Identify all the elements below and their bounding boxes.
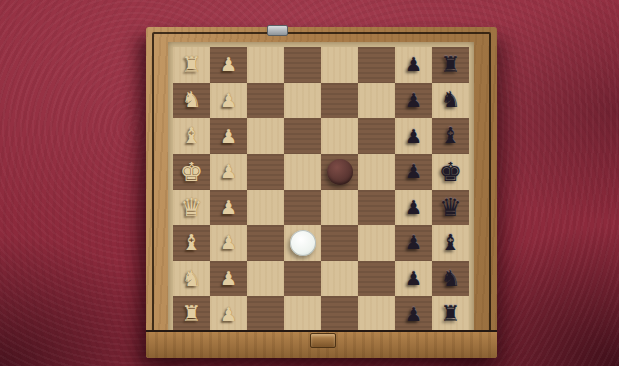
- white-queen[interactable]: ♛: [173, 190, 210, 226]
- black-queen[interactable]: ♛: [432, 190, 469, 226]
- square-h1[interactable]: ♜: [173, 47, 210, 83]
- square-b2[interactable]: ♟: [210, 261, 247, 297]
- black-pawn[interactable]: ♟: [395, 83, 432, 119]
- square-a1[interactable]: ♜: [173, 296, 210, 332]
- square-b3[interactable]: [247, 261, 284, 297]
- black-rook[interactable]: ♜: [432, 296, 469, 332]
- square-f2[interactable]: ♟: [210, 118, 247, 154]
- square-b1[interactable]: ♞: [173, 261, 210, 297]
- white-draughts-disc[interactable]: [290, 230, 316, 256]
- square-c5[interactable]: [321, 225, 358, 261]
- white-pawn[interactable]: ♟: [210, 118, 247, 154]
- chess-board[interactable]: ♜♟♟♜♞♟♟♞♝♟♟♝♚♟♟♚♛♟♟♛♝♟♟♝♞♟♟♞♜♟♟♜: [173, 47, 469, 332]
- square-a7[interactable]: ♟: [395, 296, 432, 332]
- square-g6[interactable]: [358, 83, 395, 119]
- white-pawn[interactable]: ♟: [210, 83, 247, 119]
- square-a8[interactable]: ♜: [432, 296, 469, 332]
- square-d4[interactable]: [284, 190, 321, 226]
- white-pawn[interactable]: ♟: [210, 190, 247, 226]
- white-knight[interactable]: ♞: [173, 261, 210, 297]
- black-knight[interactable]: ♞: [432, 261, 469, 297]
- black-knight[interactable]: ♞: [432, 83, 469, 119]
- square-g8[interactable]: ♞: [432, 83, 469, 119]
- square-e6[interactable]: [358, 154, 395, 190]
- square-b6[interactable]: [358, 261, 395, 297]
- white-bishop[interactable]: ♝: [173, 225, 210, 261]
- black-pawn[interactable]: ♟: [395, 154, 432, 190]
- square-g2[interactable]: ♟: [210, 83, 247, 119]
- folding-chess-box: ♜♟♟♜♞♟♟♞♝♟♟♝♚♟♟♚♛♟♟♛♝♟♟♝♞♟♟♞♜♟♟♜: [146, 27, 497, 358]
- square-g7[interactable]: ♟: [395, 83, 432, 119]
- square-c6[interactable]: [358, 225, 395, 261]
- square-g1[interactable]: ♞: [173, 83, 210, 119]
- square-c7[interactable]: ♟: [395, 225, 432, 261]
- square-b7[interactable]: ♟: [395, 261, 432, 297]
- square-a3[interactable]: [247, 296, 284, 332]
- square-g5[interactable]: [321, 83, 358, 119]
- square-d2[interactable]: ♟: [210, 190, 247, 226]
- square-d8[interactable]: ♛: [432, 190, 469, 226]
- white-rook[interactable]: ♜: [173, 47, 210, 83]
- square-h5[interactable]: [321, 47, 358, 83]
- square-f5[interactable]: [321, 118, 358, 154]
- square-e3[interactable]: [247, 154, 284, 190]
- square-g3[interactable]: [247, 83, 284, 119]
- square-a5[interactable]: [321, 296, 358, 332]
- square-c1[interactable]: ♝: [173, 225, 210, 261]
- square-e5[interactable]: [321, 154, 358, 190]
- black-pawn[interactable]: ♟: [395, 296, 432, 332]
- square-e8[interactable]: ♚: [432, 154, 469, 190]
- square-c4[interactable]: [284, 225, 321, 261]
- square-h4[interactable]: [284, 47, 321, 83]
- square-d1[interactable]: ♛: [173, 190, 210, 226]
- board-surface: ♜♟♟♜♞♟♟♞♝♟♟♝♚♟♟♚♛♟♟♛♝♟♟♝♞♟♟♞♜♟♟♜: [168, 42, 474, 337]
- square-c8[interactable]: ♝: [432, 225, 469, 261]
- square-a2[interactable]: ♟: [210, 296, 247, 332]
- dark-draughts-disc[interactable]: [327, 159, 353, 185]
- square-h3[interactable]: [247, 47, 284, 83]
- white-pawn[interactable]: ♟: [210, 154, 247, 190]
- white-king[interactable]: ♚: [173, 154, 210, 190]
- black-pawn[interactable]: ♟: [395, 225, 432, 261]
- black-rook[interactable]: ♜: [432, 47, 469, 83]
- square-e7[interactable]: ♟: [395, 154, 432, 190]
- square-e4[interactable]: [284, 154, 321, 190]
- square-g4[interactable]: [284, 83, 321, 119]
- black-pawn[interactable]: ♟: [395, 47, 432, 83]
- square-d3[interactable]: [247, 190, 284, 226]
- black-pawn[interactable]: ♟: [395, 118, 432, 154]
- square-f1[interactable]: ♝: [173, 118, 210, 154]
- black-bishop[interactable]: ♝: [432, 225, 469, 261]
- black-pawn[interactable]: ♟: [395, 261, 432, 297]
- square-c3[interactable]: [247, 225, 284, 261]
- white-pawn[interactable]: ♟: [210, 225, 247, 261]
- square-b4[interactable]: [284, 261, 321, 297]
- white-pawn[interactable]: ♟: [210, 261, 247, 297]
- square-a6[interactable]: [358, 296, 395, 332]
- white-rook[interactable]: ♜: [173, 296, 210, 332]
- square-b8[interactable]: ♞: [432, 261, 469, 297]
- white-bishop[interactable]: ♝: [173, 118, 210, 154]
- black-king[interactable]: ♚: [432, 154, 469, 190]
- black-bishop[interactable]: ♝: [432, 118, 469, 154]
- square-e2[interactable]: ♟: [210, 154, 247, 190]
- square-d5[interactable]: [321, 190, 358, 226]
- hinge-top: [267, 25, 288, 36]
- square-f6[interactable]: [358, 118, 395, 154]
- square-h8[interactable]: ♜: [432, 47, 469, 83]
- square-d7[interactable]: ♟: [395, 190, 432, 226]
- white-knight[interactable]: ♞: [173, 83, 210, 119]
- square-f4[interactable]: [284, 118, 321, 154]
- square-e1[interactable]: ♚: [173, 154, 210, 190]
- square-b5[interactable]: [321, 261, 358, 297]
- square-f7[interactable]: ♟: [395, 118, 432, 154]
- square-a4[interactable]: [284, 296, 321, 332]
- clasp-notch: [310, 333, 336, 348]
- square-f8[interactable]: ♝: [432, 118, 469, 154]
- black-pawn[interactable]: ♟: [395, 190, 432, 226]
- square-h6[interactable]: [358, 47, 395, 83]
- square-f3[interactable]: [247, 118, 284, 154]
- square-c2[interactable]: ♟: [210, 225, 247, 261]
- white-pawn[interactable]: ♟: [210, 47, 247, 83]
- square-d6[interactable]: [358, 190, 395, 226]
- square-h2[interactable]: ♟: [210, 47, 247, 83]
- box-base-side: [146, 330, 497, 358]
- square-h7[interactable]: ♟: [395, 47, 432, 83]
- overhead-chess-photo: ♜♟♟♜♞♟♟♞♝♟♟♝♚♟♟♚♛♟♟♛♝♟♟♝♞♟♟♞♜♟♟♜: [0, 0, 619, 366]
- white-pawn[interactable]: ♟: [210, 296, 247, 332]
